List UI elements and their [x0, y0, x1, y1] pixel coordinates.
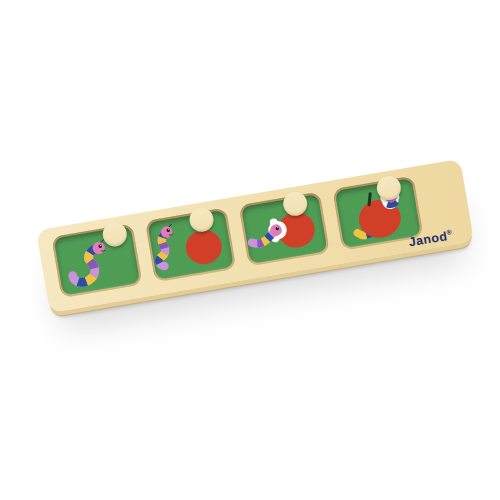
worm-icon	[154, 224, 178, 267]
antenna	[169, 224, 172, 226]
tile-hole-2	[145, 207, 236, 282]
puzzle-piece-1-worm-alone[interactable]	[54, 226, 141, 296]
worm-icon	[68, 240, 110, 284]
tile-hole-3	[239, 192, 330, 267]
tile-1-art	[54, 226, 141, 296]
registered-mark: ®	[446, 228, 453, 236]
product-photo-canvas: Janod®	[0, 0, 500, 500]
tile-hole-1	[51, 223, 142, 298]
puzzle-board: Janod®	[36, 159, 474, 314]
worm-icon	[250, 223, 284, 244]
